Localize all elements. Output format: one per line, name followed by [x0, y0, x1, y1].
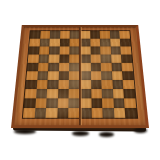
- square-r4c3: [49, 55, 60, 63]
- square-r3c9: [110, 46, 121, 54]
- square-r8c8: [102, 89, 113, 98]
- square-r2c4: [60, 39, 70, 47]
- square-r4c2: [38, 55, 49, 63]
- square-r9c1: [24, 98, 36, 108]
- square-r3c7: [90, 46, 100, 54]
- square-r10c6: [80, 108, 91, 118]
- square-r2c3: [49, 39, 59, 47]
- square-r3c1: [28, 46, 39, 54]
- square-r8c6: [80, 89, 91, 98]
- square-r1c2: [40, 31, 50, 39]
- square-r3c8: [100, 46, 111, 54]
- square-r1c7: [90, 31, 100, 39]
- square-r10c10: [125, 108, 137, 118]
- square-r7c1: [25, 80, 37, 89]
- square-r10c8: [102, 108, 114, 118]
- foot-shadow: [134, 128, 147, 133]
- square-r5c4: [59, 63, 70, 72]
- folding-board: [11, 25, 149, 128]
- square-r5c6: [80, 63, 91, 72]
- square-r9c10: [124, 98, 136, 108]
- square-r7c3: [47, 80, 58, 89]
- square-r10c2: [34, 108, 46, 118]
- square-r3c3: [49, 46, 60, 54]
- square-r4c10: [121, 55, 132, 63]
- square-r2c1: [29, 39, 40, 47]
- square-r8c4: [58, 89, 69, 98]
- square-r5c8: [101, 63, 112, 72]
- square-r9c9: [113, 98, 125, 108]
- square-r10c9: [114, 108, 126, 118]
- square-r9c2: [35, 98, 47, 108]
- square-r6c9: [112, 71, 123, 80]
- square-r4c1: [28, 55, 39, 63]
- square-r9c6: [80, 98, 91, 108]
- square-r5c7: [90, 63, 101, 72]
- square-r8c10: [124, 89, 136, 98]
- square-r6c6: [80, 71, 91, 80]
- square-r10c3: [46, 108, 58, 118]
- foot-shadow: [99, 132, 114, 137]
- square-r3c6: [80, 46, 90, 54]
- square-r3c10: [121, 46, 132, 54]
- square-r1c9: [110, 31, 120, 39]
- square-r5c3: [48, 63, 59, 72]
- square-r6c3: [48, 71, 59, 80]
- square-r6c8: [101, 71, 112, 80]
- square-r4c9: [111, 55, 122, 63]
- square-r7c9: [112, 80, 123, 89]
- square-r5c9: [111, 63, 122, 72]
- square-r7c7: [91, 80, 102, 89]
- square-r1c4: [60, 31, 70, 39]
- square-r9c3: [46, 98, 58, 108]
- square-r4c8: [101, 55, 112, 63]
- square-r2c9: [110, 39, 121, 47]
- square-r7c2: [36, 80, 47, 89]
- square-r4c4: [59, 55, 70, 63]
- square-r5c1: [27, 63, 38, 72]
- board-photo: [0, 0, 160, 160]
- square-r3c2: [39, 46, 50, 54]
- square-r5c2: [38, 63, 49, 72]
- fold-seam: [79, 27, 81, 125]
- square-r1c6: [80, 31, 90, 39]
- square-r6c1: [26, 71, 37, 80]
- board-frame: [11, 25, 149, 128]
- square-r8c1: [25, 89, 37, 98]
- square-r6c10: [122, 71, 133, 80]
- square-r3c4: [59, 46, 69, 54]
- square-r8c3: [47, 89, 58, 98]
- square-r7c8: [102, 80, 113, 89]
- foot-shadow: [14, 129, 36, 134]
- square-r1c3: [50, 31, 60, 39]
- square-r6c4: [58, 71, 69, 80]
- square-r2c6: [80, 39, 90, 47]
- square-r10c1: [23, 108, 35, 118]
- square-r9c8: [102, 98, 114, 108]
- square-r8c7: [91, 89, 102, 98]
- square-r5c10: [122, 63, 133, 72]
- square-r1c8: [100, 31, 110, 39]
- square-r10c4: [57, 108, 69, 118]
- square-r1c10: [120, 31, 131, 39]
- square-r4c7: [90, 55, 101, 63]
- square-r2c10: [120, 39, 131, 47]
- square-r1c1: [30, 31, 41, 39]
- square-r6c2: [37, 71, 48, 80]
- square-r7c6: [80, 80, 91, 89]
- square-r7c10: [123, 80, 135, 89]
- square-r10c7: [91, 108, 103, 118]
- square-r9c7: [91, 98, 102, 108]
- square-r2c8: [100, 39, 110, 47]
- square-r8c9: [113, 89, 125, 98]
- square-r4c6: [80, 55, 90, 63]
- square-r9c4: [58, 98, 69, 108]
- square-r6c7: [91, 71, 102, 80]
- square-r8c2: [36, 89, 48, 98]
- square-r2c7: [90, 39, 100, 47]
- square-r7c4: [58, 80, 69, 89]
- square-r2c2: [39, 39, 50, 47]
- foot-shadow: [72, 131, 89, 136]
